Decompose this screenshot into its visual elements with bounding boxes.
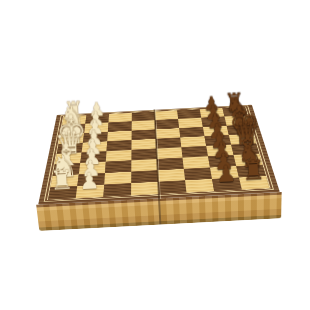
black-pawn: ♟ — [200, 94, 224, 114]
square-a8: ♜ — [239, 176, 270, 190]
square-c1: ♝ — [53, 163, 81, 175]
square-a6 — [185, 179, 214, 193]
perspective-wrapper: ♜♟♟♜♞♟♟♞♝♟♟♝♚♟♟♚♛♟♟♛♝♟♟♝♞♟♟♞♜♟♟♜ — [0, 0, 310, 310]
box-front-seam — [158, 198, 161, 224]
square-c5 — [157, 158, 184, 170]
square-a3 — [103, 183, 131, 197]
chess-set-photo: ♜♟♟♜♞♟♟♞♝♟♟♝♚♟♟♚♛♟♟♛♝♟♟♝♞♟♟♞♜♟♟♜ — [0, 0, 310, 310]
black-rook: ♜ — [222, 89, 246, 112]
square-c6 — [183, 156, 210, 168]
square-a7: ♟ — [212, 177, 242, 191]
square-c4 — [131, 159, 157, 171]
square-a5 — [158, 180, 186, 194]
board: ♜♟♟♜♞♟♟♞♝♟♟♝♚♟♟♚♛♟♟♛♝♟♟♝♞♟♟♞♜♟♟♜ — [38, 105, 280, 205]
square-c8: ♝ — [234, 154, 263, 166]
square-a1: ♜ — [48, 186, 77, 200]
square-b4 — [131, 170, 158, 183]
square-b6 — [184, 167, 212, 180]
square-a4 — [131, 182, 159, 196]
board-squares: ♜♟♟♜♞♟♟♞♝♟♟♝♚♟♟♚♛♟♟♛♝♟♟♝♞♟♟♞♜♟♟♜ — [48, 107, 270, 200]
white-pawn: ♟ — [85, 100, 109, 120]
square-d3 — [106, 150, 132, 162]
square-b7: ♟ — [210, 166, 239, 179]
square-c7: ♟ — [208, 155, 236, 167]
square-a2: ♟ — [76, 184, 105, 198]
square-d2: ♟ — [80, 151, 106, 163]
white-rook: ♜ — [62, 98, 86, 121]
